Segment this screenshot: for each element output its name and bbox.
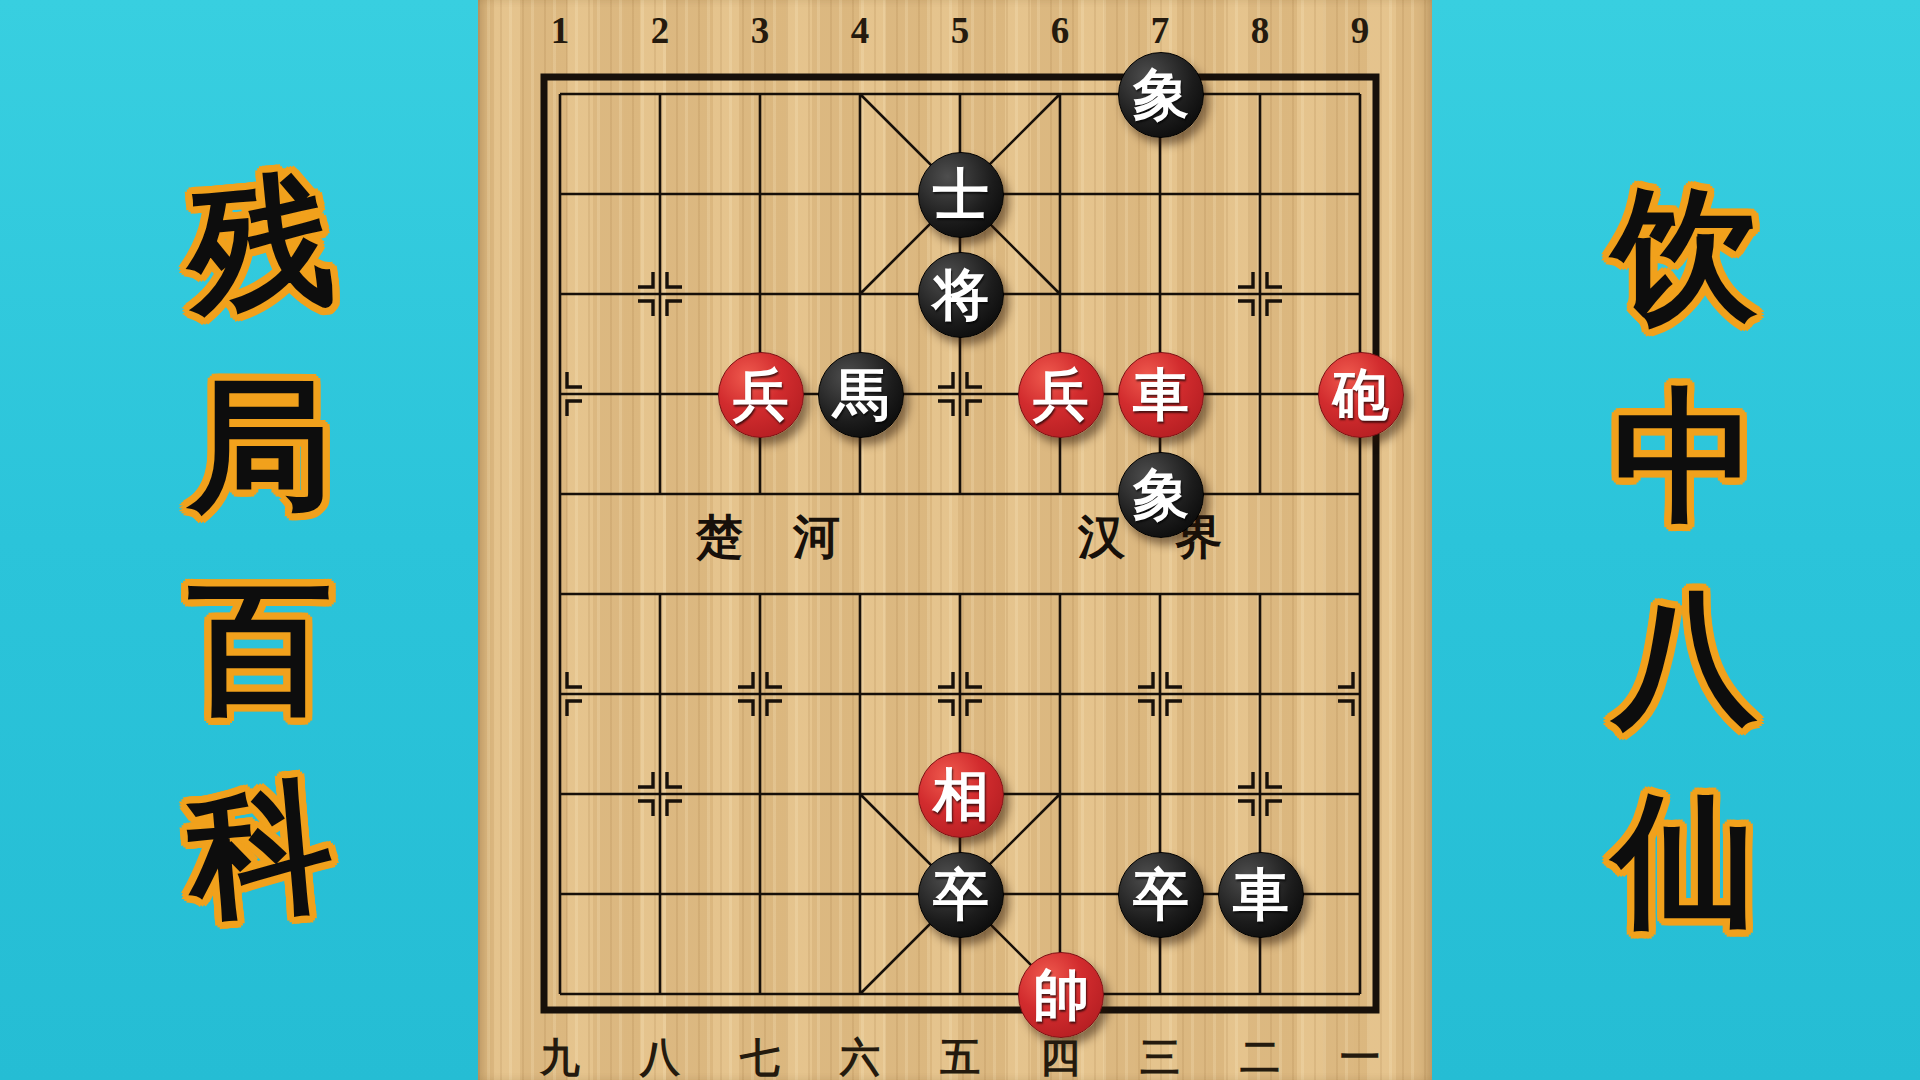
piece-red-pawn-2[interactable]: 兵 [1018,352,1104,438]
bottom-label-3: 七 [730,1038,790,1078]
top-label-4: 4 [830,12,890,49]
top-label-9: 9 [1330,12,1390,49]
left-banner-char-2: 局 [188,375,332,519]
piece-black-advisor[interactable]: 士 [918,152,1004,238]
piece-glyph: 兵 [1033,367,1089,423]
bottom-label-8: 二 [1230,1038,1290,1078]
piece-glyph: 馬 [833,367,889,423]
right-banner-char-2: 中 [1613,385,1757,529]
piece-black-elephant-1[interactable]: 象 [1118,52,1204,138]
left-banner-char-4: 科 [182,773,338,929]
piece-red-general[interactable]: 帥 [1018,952,1104,1038]
piece-black-pawn-2[interactable]: 卒 [1118,852,1204,938]
bottom-label-7: 三 [1130,1038,1190,1078]
piece-red-elephant[interactable]: 相 [918,752,1004,838]
piece-black-horse[interactable]: 馬 [818,352,904,438]
piece-red-cannon[interactable]: 砲 [1318,352,1404,438]
piece-glyph: 象 [1133,467,1189,523]
piece-glyph: 将 [933,267,989,323]
video-thumbnail: { "game": "xiangqi", "banners": { "left"… [0,0,1920,1080]
right-banner-char-1: 饮 [1613,183,1757,327]
piece-glyph: 砲 [1333,367,1389,423]
top-label-3: 3 [730,12,790,49]
top-label-8: 8 [1230,12,1290,49]
bottom-label-5: 五 [930,1038,990,1078]
piece-glyph: 士 [933,167,989,223]
piece-glyph: 相 [933,767,989,823]
left-banner-char-1: 残 [182,167,338,323]
river-text-chu-he: 楚河 [696,514,890,561]
bottom-label-9: 一 [1330,1038,1390,1078]
right-banner-char-4: 仙 [1613,789,1757,933]
top-label-5: 5 [930,12,990,49]
piece-black-elephant-2[interactable]: 象 [1118,452,1204,538]
piece-black-general[interactable]: 将 [918,252,1004,338]
left-banner-char-3: 百 [188,577,332,721]
left-banner: 残局百科 [130,173,390,923]
piece-glyph: 帥 [1033,967,1089,1023]
piece-red-pawn-1[interactable]: 兵 [718,352,804,438]
piece-red-chariot[interactable]: 車 [1118,352,1204,438]
piece-glyph: 卒 [933,867,989,923]
top-label-6: 6 [1030,12,1090,49]
top-label-7: 7 [1130,12,1190,49]
piece-glyph: 卒 [1133,867,1189,923]
bottom-label-6: 四 [1030,1038,1090,1078]
bottom-label-4: 六 [830,1038,890,1078]
right-banner-char-3: 八 [1613,587,1757,731]
piece-black-pawn-1[interactable]: 卒 [918,852,1004,938]
piece-black-chariot[interactable]: 車 [1218,852,1304,938]
piece-glyph: 兵 [733,367,789,423]
right-banner: 饮中八仙 [1555,183,1815,933]
bottom-label-2: 八 [630,1038,690,1078]
bottom-label-1: 九 [530,1038,590,1078]
top-label-2: 2 [630,12,690,49]
piece-glyph: 車 [1233,867,1289,923]
top-label-1: 1 [530,12,590,49]
xiangqi-board-panel: 123456789 楚河 汉界 象士将兵馬兵車砲象相卒卒車帥 九八七六五四三二一 [478,0,1432,1080]
piece-glyph: 象 [1133,67,1189,123]
piece-glyph: 車 [1133,367,1189,423]
